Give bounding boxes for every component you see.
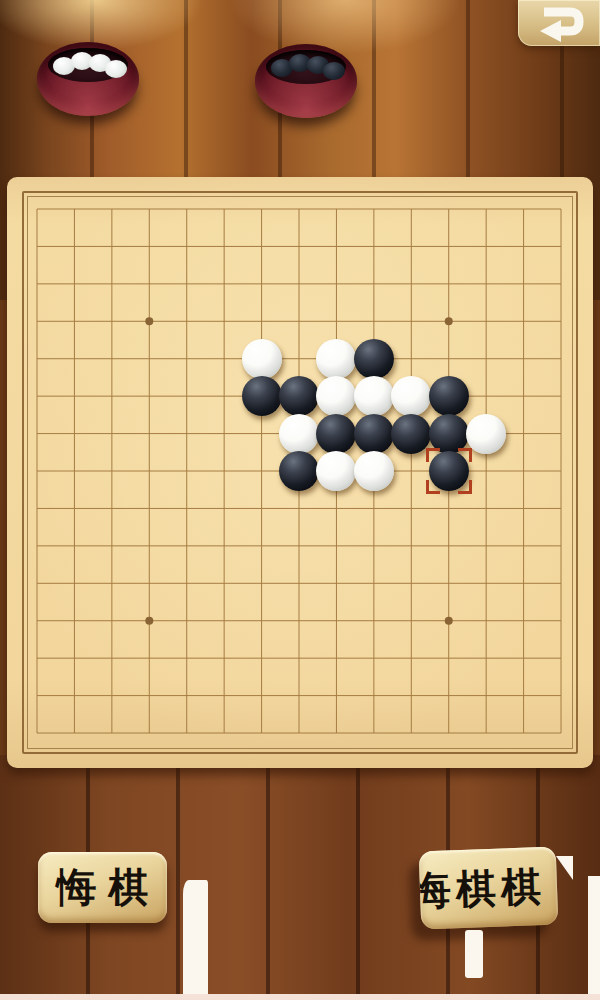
stone-black bbox=[429, 376, 469, 416]
back-button[interactable] bbox=[518, 0, 600, 46]
white-bowl-stones bbox=[51, 51, 124, 81]
image-glitch-bar bbox=[588, 876, 600, 1000]
stone-black bbox=[279, 451, 319, 491]
stone-white bbox=[242, 339, 282, 379]
undo-button[interactable]: 悔棋 bbox=[38, 852, 167, 923]
stone-white bbox=[354, 451, 394, 491]
image-glitch-bar bbox=[183, 880, 208, 1000]
bowl-stone bbox=[105, 60, 127, 78]
stone-white bbox=[391, 376, 431, 416]
undo-button-glitched-label: 悔棋棋 bbox=[419, 859, 547, 919]
stone-black bbox=[354, 414, 394, 454]
white-stones-bowl bbox=[37, 42, 139, 116]
return-arrow-icon bbox=[532, 4, 586, 42]
stones-layer bbox=[7, 177, 593, 768]
stone-black bbox=[354, 339, 394, 379]
stone-black bbox=[242, 376, 282, 416]
app-screen: 悔棋 悔棋棋 bbox=[0, 0, 600, 1000]
stone-white bbox=[316, 339, 356, 379]
last-move-marker bbox=[426, 448, 472, 494]
stone-white bbox=[279, 414, 319, 454]
stone-white bbox=[316, 376, 356, 416]
stone-black bbox=[279, 376, 319, 416]
bowl-stone bbox=[323, 62, 345, 80]
stone-white bbox=[316, 451, 356, 491]
black-bowl-stones bbox=[269, 53, 342, 83]
game-board[interactable] bbox=[7, 177, 593, 768]
black-stones-bowl bbox=[255, 44, 357, 118]
stone-white bbox=[354, 376, 394, 416]
image-glitch-streak bbox=[465, 930, 483, 978]
undo-button-label: 悔棋 bbox=[45, 860, 161, 915]
stone-black bbox=[316, 414, 356, 454]
image-glitch-bottom-band bbox=[0, 994, 600, 1000]
stone-white bbox=[466, 414, 506, 454]
undo-button-glitched[interactable]: 悔棋棋 bbox=[419, 847, 559, 930]
